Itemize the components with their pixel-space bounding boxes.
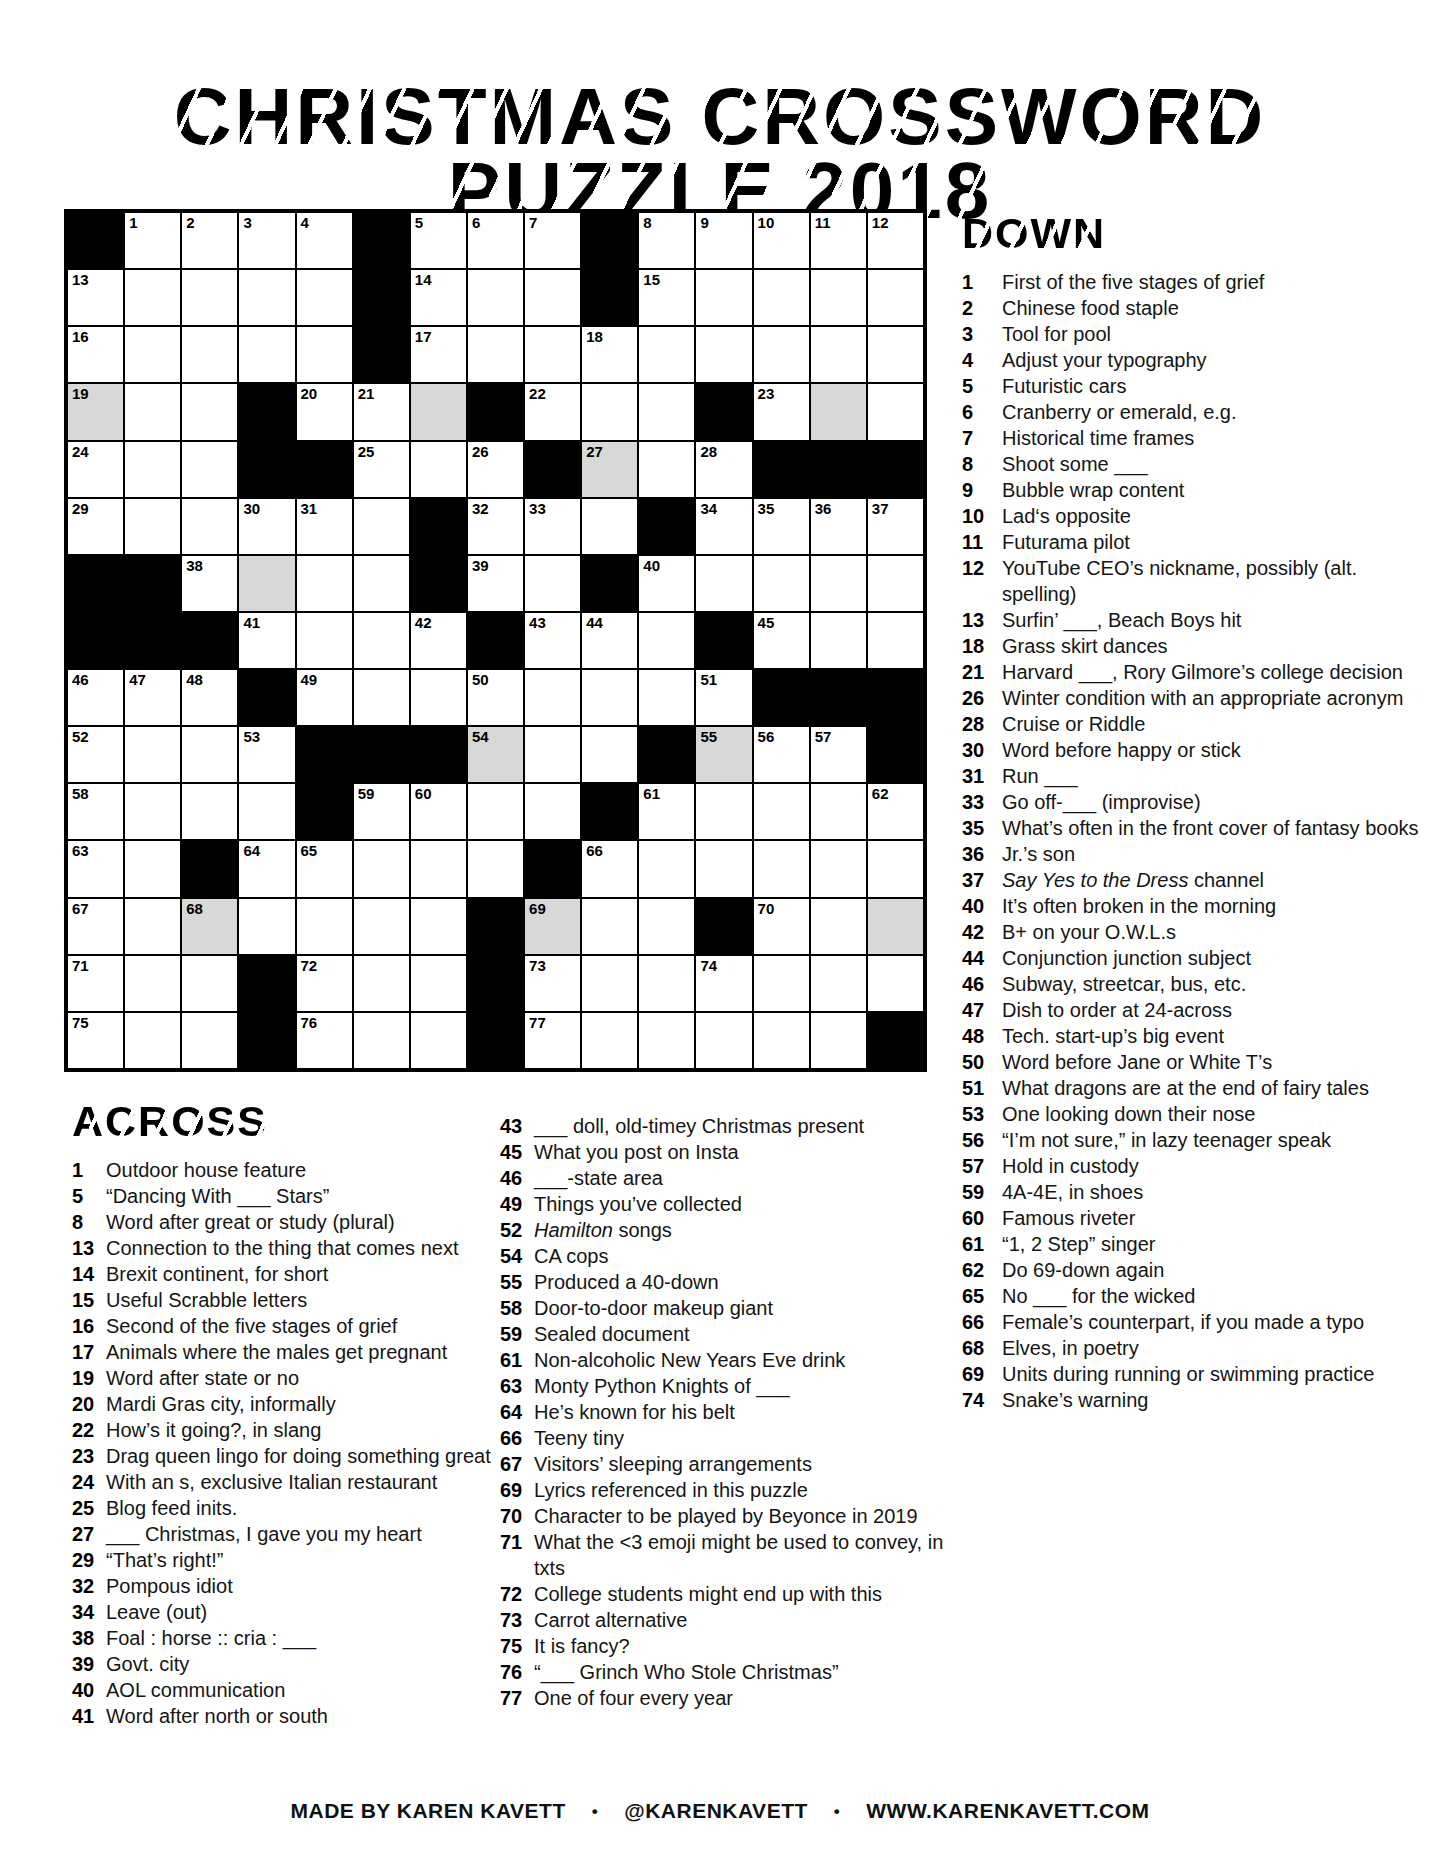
cell-number: 38 <box>186 557 203 574</box>
grid-cell[interactable]: 63 <box>68 841 123 896</box>
grid-cell[interactable] <box>125 841 180 896</box>
grid-cell[interactable] <box>582 384 637 439</box>
clue-text: “___ Grinch Who Stole Christmas” <box>534 1661 839 1683</box>
clue-number: 4 <box>962 347 1002 373</box>
clue-text: Tech. start-up’s big event <box>1002 1025 1224 1047</box>
clue-text: He’s known for his belt <box>534 1401 735 1423</box>
grid-cell[interactable]: 5 <box>411 213 466 268</box>
grid-cell[interactable] <box>639 442 694 497</box>
grid-cell[interactable]: 72 <box>297 956 352 1011</box>
grid-cell[interactable] <box>354 956 409 1011</box>
clue-number: 18 <box>962 633 1002 659</box>
clue-text: What’s often in the front cover of fanta… <box>1002 817 1419 839</box>
down-clue-13: 13Surfin’ ___, Beach Boys hit <box>962 607 1432 633</box>
clue-number: 46 <box>962 971 1002 997</box>
grid-cell[interactable] <box>868 841 923 896</box>
grid-cell[interactable]: 33 <box>525 499 580 554</box>
grid-cell[interactable] <box>696 270 751 325</box>
grid-cell[interactable] <box>411 1013 466 1068</box>
grid-cell[interactable]: 10 <box>754 213 809 268</box>
grid-cell[interactable] <box>411 670 466 725</box>
grid-cell[interactable] <box>125 727 180 782</box>
grid-cell[interactable] <box>696 1013 751 1068</box>
grid-cell[interactable] <box>525 727 580 782</box>
cell-number: 51 <box>700 671 717 688</box>
clue-text: Surfin’ ___, Beach Boys hit <box>1002 609 1241 631</box>
grid-cell[interactable] <box>754 556 809 611</box>
clue-text: Word after north or south <box>106 1705 328 1727</box>
across-clue-72: 72College students might end up with thi… <box>500 1581 972 1607</box>
across-clue-69: 69Lyrics referenced in this puzzle <box>500 1477 972 1503</box>
grid-cell[interactable] <box>125 784 180 839</box>
grid-cell[interactable] <box>525 556 580 611</box>
grid-cell[interactable] <box>582 899 637 954</box>
grid-cell[interactable]: 67 <box>68 899 123 954</box>
clue-text: College students might end up with this <box>534 1583 882 1605</box>
clue-number: 52 <box>500 1217 534 1243</box>
grid-cell[interactable] <box>239 784 294 839</box>
grid-cell[interactable]: 66 <box>582 841 637 896</box>
grid-cell[interactable]: 60 <box>411 784 466 839</box>
grid-cell[interactable]: 3 <box>239 213 294 268</box>
grid-cell[interactable]: 14 <box>411 270 466 325</box>
clue-text: B+ on your O.W.L.s <box>1002 921 1176 943</box>
clue-text: Lad‘s opposite <box>1002 505 1131 527</box>
grid-cell[interactable] <box>639 384 694 439</box>
grid-cell[interactable]: 44 <box>582 613 637 668</box>
cell-number: 76 <box>301 1014 318 1031</box>
grid-cell[interactable]: 50 <box>468 670 523 725</box>
grid-cell[interactable] <box>811 841 866 896</box>
grid-cell[interactable]: 24 <box>68 442 123 497</box>
grid-cell[interactable] <box>125 327 180 382</box>
grid-cell[interactable] <box>696 841 751 896</box>
clue-number: 32 <box>72 1573 106 1599</box>
grid-cell[interactable]: 16 <box>68 327 123 382</box>
black-cell <box>125 556 180 611</box>
grid-cell[interactable] <box>354 499 409 554</box>
grid-cell[interactable] <box>468 784 523 839</box>
grid-cell[interactable] <box>354 899 409 954</box>
cell-number: 75 <box>72 1014 89 1031</box>
grid-cell[interactable] <box>639 613 694 668</box>
grid-cell[interactable]: 41 <box>239 613 294 668</box>
cell-number: 68 <box>186 900 203 917</box>
cell-number: 72 <box>301 957 318 974</box>
grid-cell[interactable]: 22 <box>525 384 580 439</box>
grid-cell[interactable]: 2 <box>182 213 237 268</box>
grid-cell[interactable] <box>468 270 523 325</box>
clue-number: 55 <box>500 1269 534 1295</box>
clue-text: It is fancy? <box>534 1635 630 1657</box>
grid-cell[interactable] <box>639 327 694 382</box>
cell-number: 69 <box>529 900 546 917</box>
grid-cell[interactable]: 76 <box>297 1013 352 1068</box>
black-cell <box>696 899 751 954</box>
grid-cell[interactable] <box>811 270 866 325</box>
down-clue-30: 30Word before happy or stick <box>962 737 1432 763</box>
grid-cell[interactable] <box>125 442 180 497</box>
grid-cell[interactable]: 9 <box>696 213 751 268</box>
grid-cell[interactable]: 34 <box>696 499 751 554</box>
cell-number: 37 <box>872 500 889 517</box>
clue-text: ___-state area <box>534 1167 663 1189</box>
across-clue-25: 25Blog feed inits. <box>72 1495 510 1521</box>
down-clue-42: 42B+ on your O.W.L.s <box>962 919 1432 945</box>
clue-number: 22 <box>72 1417 106 1443</box>
clue-number: 3 <box>962 321 1002 347</box>
grid-cell[interactable]: 28 <box>696 442 751 497</box>
grid-cell[interactable]: 73 <box>525 956 580 1011</box>
grid-cell[interactable] <box>868 270 923 325</box>
black-cell <box>582 556 637 611</box>
clue-text: Chinese food staple <box>1002 297 1179 319</box>
clue-number: 77 <box>500 1685 534 1711</box>
black-cell <box>811 442 866 497</box>
grid-cell[interactable] <box>297 270 352 325</box>
grid-cell[interactable] <box>582 670 637 725</box>
grid-cell[interactable]: 54 <box>468 727 523 782</box>
grid-cell[interactable]: 8 <box>639 213 694 268</box>
grid-cell[interactable]: 1 <box>125 213 180 268</box>
grid-cell[interactable]: 37 <box>868 499 923 554</box>
grid-cell[interactable] <box>868 327 923 382</box>
grid-cell[interactable] <box>468 841 523 896</box>
down-clue-61: 61“1, 2 Step” singer <box>962 1231 1432 1257</box>
grid-cell[interactable]: 55 <box>696 727 751 782</box>
clue-text: Run ___ <box>1002 765 1078 787</box>
clue-text: Tool for pool <box>1002 323 1111 345</box>
cell-number: 67 <box>72 900 89 917</box>
black-cell <box>182 613 237 668</box>
cell-number: 59 <box>358 785 375 802</box>
grid-cell[interactable] <box>582 499 637 554</box>
grid-cell[interactable] <box>354 1013 409 1068</box>
grid-cell[interactable]: 21 <box>354 384 409 439</box>
clue-text: One of four every year <box>534 1687 733 1709</box>
grid-cell[interactable] <box>182 327 237 382</box>
grid-cell[interactable] <box>354 670 409 725</box>
grid-cell[interactable]: 61 <box>639 784 694 839</box>
cell-number: 77 <box>529 1014 546 1031</box>
clue-text: It’s often broken in the morning <box>1002 895 1276 917</box>
grid-cell[interactable] <box>125 899 180 954</box>
clue-number: 58 <box>500 1295 534 1321</box>
down-clue-56: 56“I’m not sure,” in lazy teenager speak <box>962 1127 1432 1153</box>
across-clue-15: 15Useful Scrabble letters <box>72 1287 510 1313</box>
grid-cell[interactable] <box>354 841 409 896</box>
clue-text: What you post on Insta <box>534 1141 739 1163</box>
clue-text: ___ doll, old-timey Christmas present <box>534 1115 864 1137</box>
grid-cell[interactable]: 17 <box>411 327 466 382</box>
grid-cell[interactable] <box>868 613 923 668</box>
cell-number: 2 <box>186 214 194 231</box>
grid-cell[interactable]: 15 <box>639 270 694 325</box>
clue-text: Brexit continent, for short <box>106 1263 328 1285</box>
clue-text: Second of the five stages of grief <box>106 1315 397 1337</box>
grid-cell[interactable]: 19 <box>68 384 123 439</box>
grid-cell[interactable] <box>582 956 637 1011</box>
grid-cell[interactable] <box>811 956 866 1011</box>
across-clue-41: 41Word after north or south <box>72 1703 510 1729</box>
clue-number: 49 <box>500 1191 534 1217</box>
cell-number: 25 <box>358 443 375 460</box>
cell-number: 54 <box>472 728 489 745</box>
grid-cell[interactable]: 27 <box>582 442 637 497</box>
across-clue-1: 1Outdoor house feature <box>72 1157 510 1183</box>
footer-website: WWW.KARENKAVETT.COM <box>866 1799 1149 1822</box>
page-title: CHRISTMAS CROSSWORD PUZZLE 2018 <box>0 80 1440 229</box>
grid-cell[interactable] <box>182 499 237 554</box>
grid-cell[interactable] <box>182 727 237 782</box>
grid-cell[interactable]: 68 <box>182 899 237 954</box>
grid-cell[interactable] <box>411 442 466 497</box>
down-clue-31: 31Run ___ <box>962 763 1432 789</box>
grid-cell[interactable]: 18 <box>582 327 637 382</box>
across-clue-61: 61Non-alcoholic New Years Eve drink <box>500 1347 972 1373</box>
footer: MADE BY KAREN KAVETT•@KARENKAVETT•WWW.KA… <box>0 1799 1440 1823</box>
grid-cell[interactable] <box>411 956 466 1011</box>
grid-cell[interactable]: 43 <box>525 613 580 668</box>
grid-cell[interactable]: 32 <box>468 499 523 554</box>
down-clue-47: 47Dish to order at 24-across <box>962 997 1432 1023</box>
grid-cell[interactable]: 7 <box>525 213 580 268</box>
clue-text: Drag queen lingo for doing something gre… <box>106 1445 491 1467</box>
grid-cell[interactable] <box>811 384 866 439</box>
grid-cell[interactable]: 42 <box>411 613 466 668</box>
clue-number: 48 <box>962 1023 1002 1049</box>
cell-number: 26 <box>472 443 489 460</box>
cell-number: 45 <box>758 614 775 631</box>
clue-number: 66 <box>500 1425 534 1451</box>
grid-cell[interactable]: 4 <box>297 213 352 268</box>
grid-cell[interactable] <box>868 899 923 954</box>
grid-cell[interactable] <box>297 613 352 668</box>
grid-cell[interactable]: 47 <box>125 670 180 725</box>
grid-cell[interactable]: 75 <box>68 1013 123 1068</box>
grid-cell[interactable]: 65 <box>297 841 352 896</box>
down-clue-68: 68Elves, in poetry <box>962 1335 1432 1361</box>
black-cell <box>68 556 123 611</box>
grid-cell[interactable] <box>868 956 923 1011</box>
grid-cell[interactable] <box>639 670 694 725</box>
grid-cell[interactable]: 77 <box>525 1013 580 1068</box>
grid-cell[interactable] <box>754 1013 809 1068</box>
grid-cell[interactable] <box>354 613 409 668</box>
clue-text: YouTube CEO’s nickname, possibly (alt. s… <box>1002 557 1357 605</box>
across-clue-22: 22How’s it going?, in slang <box>72 1417 510 1443</box>
grid-cell[interactable] <box>811 784 866 839</box>
grid-cell[interactable]: 11 <box>811 213 866 268</box>
grid-cell[interactable] <box>754 841 809 896</box>
grid-cell[interactable] <box>239 270 294 325</box>
clue-text: Historical time frames <box>1002 427 1194 449</box>
cell-number: 63 <box>72 842 89 859</box>
grid-cell[interactable]: 56 <box>754 727 809 782</box>
cell-number: 53 <box>243 728 260 745</box>
clue-text: Grass skirt dances <box>1002 635 1168 657</box>
grid-cell[interactable]: 49 <box>297 670 352 725</box>
clue-text: Say Yes to the Dress <box>1002 869 1188 891</box>
grid-cell[interactable] <box>297 327 352 382</box>
grid-cell[interactable] <box>811 899 866 954</box>
clue-text: Jr.’s son <box>1002 843 1075 865</box>
grid-cell[interactable] <box>754 270 809 325</box>
down-clue-9: 9Bubble wrap content <box>962 477 1432 503</box>
grid-cell[interactable] <box>125 956 180 1011</box>
grid-cell[interactable] <box>868 556 923 611</box>
cell-number: 18 <box>586 328 603 345</box>
grid-cell[interactable] <box>639 899 694 954</box>
grid-cell[interactable] <box>811 327 866 382</box>
grid-cell[interactable] <box>868 384 923 439</box>
grid-cell[interactable]: 20 <box>297 384 352 439</box>
black-cell <box>525 442 580 497</box>
black-cell <box>754 670 809 725</box>
across-clue-76: 76“___ Grinch Who Stole Christmas” <box>500 1659 972 1685</box>
grid-cell[interactable] <box>754 784 809 839</box>
grid-cell[interactable] <box>125 499 180 554</box>
grid-cell[interactable]: 59 <box>354 784 409 839</box>
grid-cell[interactable] <box>411 841 466 896</box>
grid-cell[interactable]: 13 <box>68 270 123 325</box>
clue-number: 41 <box>72 1703 106 1729</box>
grid-cell[interactable] <box>468 327 523 382</box>
black-cell <box>68 613 123 668</box>
grid-cell[interactable]: 46 <box>68 670 123 725</box>
grid-cell[interactable] <box>696 556 751 611</box>
cell-number: 71 <box>72 957 89 974</box>
grid-cell[interactable]: 38 <box>182 556 237 611</box>
clue-text: “I’m not sure,” in lazy teenager speak <box>1002 1129 1331 1151</box>
grid-cell[interactable]: 29 <box>68 499 123 554</box>
grid-cell[interactable]: 31 <box>297 499 352 554</box>
grid-cell[interactable] <box>696 327 751 382</box>
grid-cell[interactable] <box>811 613 866 668</box>
grid-cell[interactable] <box>639 1013 694 1068</box>
grid-cell[interactable]: 74 <box>696 956 751 1011</box>
cell-number: 50 <box>472 671 489 688</box>
footer-bullet-icon: • <box>592 1802 598 1822</box>
cell-number: 29 <box>72 500 89 517</box>
clue-number: 72 <box>500 1581 534 1607</box>
grid-cell[interactable] <box>811 1013 866 1068</box>
grid-cell[interactable] <box>182 784 237 839</box>
grid-cell[interactable] <box>811 556 866 611</box>
grid-cell[interactable]: 35 <box>754 499 809 554</box>
clue-number: 45 <box>500 1139 534 1165</box>
grid-cell[interactable] <box>125 270 180 325</box>
grid-cell[interactable]: 57 <box>811 727 866 782</box>
grid-cell[interactable]: 30 <box>239 499 294 554</box>
grid-cell[interactable]: 36 <box>811 499 866 554</box>
across-clue-64: 64He’s known for his belt <box>500 1399 972 1425</box>
grid-cell[interactable]: 69 <box>525 899 580 954</box>
black-cell <box>468 613 523 668</box>
grid-cell[interactable]: 23 <box>754 384 809 439</box>
grid-cell[interactable] <box>239 556 294 611</box>
grid-cell[interactable]: 71 <box>68 956 123 1011</box>
grid-cell[interactable]: 58 <box>68 784 123 839</box>
clue-text: Do 69-down again <box>1002 1259 1164 1281</box>
clue-text: What the <3 emoji might be used to conve… <box>534 1531 943 1579</box>
grid-cell[interactable] <box>125 384 180 439</box>
grid-cell[interactable]: 53 <box>239 727 294 782</box>
grid-cell[interactable] <box>525 784 580 839</box>
grid-cell[interactable] <box>696 784 751 839</box>
grid-cell[interactable] <box>411 899 466 954</box>
grid-cell[interactable] <box>297 556 352 611</box>
grid-cell[interactable] <box>639 956 694 1011</box>
grid-cell[interactable]: 12 <box>868 213 923 268</box>
grid-cell[interactable]: 51 <box>696 670 751 725</box>
grid-cell[interactable] <box>354 556 409 611</box>
black-cell <box>468 1013 523 1068</box>
grid-cell[interactable] <box>239 899 294 954</box>
grid-cell[interactable] <box>239 327 294 382</box>
grid-cell[interactable] <box>297 899 352 954</box>
clue-text: 4A-4E, in shoes <box>1002 1181 1143 1203</box>
grid-cell[interactable]: 45 <box>754 613 809 668</box>
grid-cell[interactable] <box>182 384 237 439</box>
cell-number: 58 <box>72 785 89 802</box>
cell-number: 52 <box>72 728 89 745</box>
grid-cell[interactable] <box>525 327 580 382</box>
grid-cell[interactable] <box>182 1013 237 1068</box>
clue-text: Subway, streetcar, bus, etc. <box>1002 973 1246 995</box>
cell-number: 28 <box>700 443 717 460</box>
grid-cell[interactable] <box>754 327 809 382</box>
grid-cell[interactable]: 52 <box>68 727 123 782</box>
cell-number: 7 <box>529 214 537 231</box>
grid-cell[interactable] <box>582 727 637 782</box>
grid-cell[interactable] <box>182 442 237 497</box>
down-clue-74: 74Snake’s warning <box>962 1387 1432 1413</box>
cell-number: 20 <box>301 385 318 402</box>
grid-cell[interactable]: 70 <box>754 899 809 954</box>
cell-number: 73 <box>529 957 546 974</box>
clue-number: 20 <box>72 1391 106 1417</box>
grid-cell[interactable] <box>182 270 237 325</box>
grid-cell[interactable] <box>582 1013 637 1068</box>
clue-number: 5 <box>72 1183 106 1209</box>
across-clue-list-right: 43___ doll, old-timey Christmas present4… <box>500 1113 972 1711</box>
grid-cell[interactable] <box>525 270 580 325</box>
grid-cell[interactable]: 64 <box>239 841 294 896</box>
cell-number: 22 <box>529 385 546 402</box>
cell-number: 61 <box>643 785 660 802</box>
clue-number: 63 <box>500 1373 534 1399</box>
grid-cell[interactable] <box>125 1013 180 1068</box>
grid-cell[interactable]: 40 <box>639 556 694 611</box>
grid-cell[interactable]: 6 <box>468 213 523 268</box>
grid-cell[interactable]: 39 <box>468 556 523 611</box>
grid-cell[interactable] <box>525 670 580 725</box>
cell-number: 4 <box>301 214 309 231</box>
grid-cell[interactable] <box>182 956 237 1011</box>
grid-cell[interactable] <box>639 841 694 896</box>
grid-cell[interactable]: 62 <box>868 784 923 839</box>
clue-number: 13 <box>962 607 1002 633</box>
cell-number: 65 <box>301 842 318 859</box>
clue-text: Govt. city <box>106 1653 189 1675</box>
grid-cell[interactable]: 48 <box>182 670 237 725</box>
grid-cell[interactable]: 26 <box>468 442 523 497</box>
grid-cell[interactable] <box>411 384 466 439</box>
clue-number: 54 <box>500 1243 534 1269</box>
grid-cell[interactable]: 25 <box>354 442 409 497</box>
grid-cell[interactable] <box>754 956 809 1011</box>
